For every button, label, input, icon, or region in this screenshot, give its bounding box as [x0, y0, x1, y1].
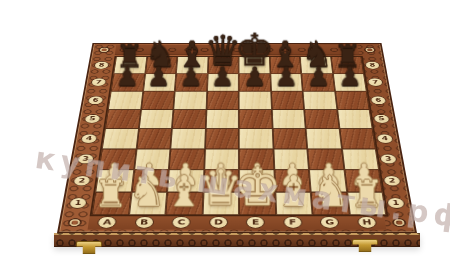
square-d6[interactable]: [206, 91, 239, 109]
square-b5[interactable]: [138, 109, 173, 128]
square-d5[interactable]: [205, 109, 238, 128]
square-h4[interactable]: [339, 129, 376, 149]
rank-label-1: 1: [68, 198, 87, 209]
square-b7[interactable]: ♟: [143, 74, 176, 92]
black-pawn-e7[interactable]: ♟: [243, 64, 267, 89]
black-pawn-d7[interactable]: ♟: [211, 64, 235, 89]
square-f6[interactable]: [271, 91, 304, 109]
file-label-c: C: [172, 216, 191, 228]
file-label-g: G: [320, 216, 340, 228]
square-e6[interactable]: [239, 91, 272, 109]
rank-label-slot: 4: [373, 129, 398, 149]
black-pawn-g7[interactable]: ♟: [307, 64, 331, 89]
file-label-slot: E: [237, 214, 274, 229]
file-label-slot: D: [200, 214, 237, 229]
square-h5[interactable]: [337, 109, 373, 128]
square-a6[interactable]: [108, 91, 143, 109]
square-g4[interactable]: [306, 129, 342, 149]
rank-label-slot: 3: [376, 149, 402, 170]
brass-latch-left: [76, 241, 102, 254]
square-a5[interactable]: [105, 109, 141, 128]
square-f5[interactable]: [271, 109, 305, 128]
file-label-slot: A: [88, 214, 127, 229]
file-label-slot: B: [125, 214, 164, 229]
square-e5[interactable]: [239, 109, 272, 128]
square-b1[interactable]: ♞: [129, 192, 168, 215]
frame-corner-ornament: [360, 45, 379, 54]
rank-label-5: 5: [373, 114, 390, 123]
rank-label-3: 3: [379, 154, 397, 164]
file-label-slot: C: [162, 214, 200, 229]
rank-label-4: 4: [376, 134, 394, 144]
square-a7[interactable]: ♟: [111, 74, 145, 92]
square-e4[interactable]: [239, 129, 273, 149]
square-c5[interactable]: [172, 109, 206, 128]
rank-label-slot: 8: [361, 57, 384, 74]
square-d4[interactable]: [205, 129, 239, 149]
square-e7[interactable]: ♟: [239, 74, 271, 92]
file-label-slot: F: [274, 214, 312, 229]
rank-label-4: 4: [80, 134, 98, 144]
square-h6[interactable]: [335, 91, 370, 109]
square-f4[interactable]: [272, 129, 307, 149]
black-pawn-f7[interactable]: ♟: [275, 64, 299, 89]
frame-corner-ornament: [63, 216, 87, 230]
square-c7[interactable]: ♟: [175, 74, 208, 92]
rank-label-7: 7: [367, 78, 384, 86]
rank-label-slot: 1: [64, 192, 91, 215]
square-a4[interactable]: [102, 129, 139, 149]
rank-label-slot: 7: [87, 74, 110, 92]
square-a1[interactable]: ♜: [92, 192, 131, 215]
rank-label-8: 8: [93, 61, 109, 69]
square-g6[interactable]: [303, 91, 337, 109]
rank-label-7: 7: [90, 78, 107, 86]
chess-set-photo: 87654321 87654321 ABCDEFGH ♜♞♝♛♚♝♞♜♟♟♟♟♟…: [0, 0, 450, 256]
square-h7[interactable]: ♟: [333, 74, 367, 92]
rank-label-slot: 8: [90, 57, 113, 74]
square-c6[interactable]: [173, 91, 206, 109]
file-label-b: B: [134, 216, 154, 228]
rank-label-5: 5: [84, 114, 101, 123]
black-pawn-h7[interactable]: ♟: [338, 64, 362, 89]
rank-label-6: 6: [370, 96, 387, 105]
black-pawn-c7[interactable]: ♟: [179, 64, 203, 89]
black-pawn-a7[interactable]: ♟: [115, 64, 139, 89]
file-label-e: E: [246, 216, 265, 228]
square-f7[interactable]: ♟: [270, 74, 303, 92]
square-b4[interactable]: [136, 129, 172, 149]
rank-label-slot: 5: [370, 109, 394, 128]
black-pawn-b7[interactable]: ♟: [147, 64, 171, 89]
rank-label-slot: 6: [367, 91, 391, 109]
file-label-f: F: [283, 216, 302, 228]
rank-label-slot: 6: [84, 91, 108, 109]
square-b6[interactable]: [141, 91, 175, 109]
square-d7[interactable]: ♟: [207, 74, 239, 92]
file-label-d: D: [209, 216, 228, 228]
file-label-a: A: [97, 216, 117, 228]
square-c4[interactable]: [170, 129, 205, 149]
rank-label-slot: 7: [364, 74, 387, 92]
frame-corner-ornament: [94, 45, 113, 54]
rank-label-8: 8: [364, 61, 380, 69]
square-g5[interactable]: [304, 109, 339, 128]
rank-label-2: 2: [383, 175, 402, 186]
rank-label-slot: 5: [80, 109, 104, 128]
rank-label-6: 6: [87, 96, 104, 105]
square-g7[interactable]: ♟: [301, 74, 334, 92]
